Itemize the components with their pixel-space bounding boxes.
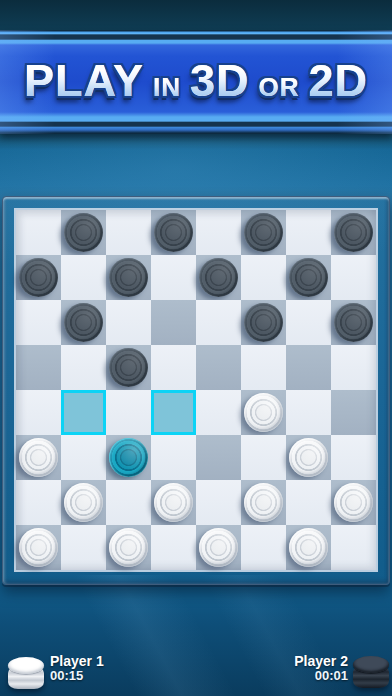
square-f3[interactable] [241, 435, 286, 480]
square-e4[interactable] [196, 390, 241, 435]
square-a7[interactable] [16, 255, 61, 300]
square-g2[interactable] [286, 480, 331, 525]
square-a5[interactable] [16, 345, 61, 390]
square-a4[interactable] [16, 390, 61, 435]
square-e1[interactable] [196, 525, 241, 570]
black-checker-icon [353, 656, 389, 688]
square-h6[interactable] [331, 300, 376, 345]
square-e8[interactable] [196, 210, 241, 255]
square-c5[interactable] [106, 345, 151, 390]
white-piece[interactable] [199, 528, 238, 567]
black-piece[interactable] [199, 258, 238, 297]
player2-name: Player 2 [294, 653, 348, 669]
black-piece[interactable] [64, 303, 103, 342]
square-h1[interactable] [331, 525, 376, 570]
square-c8[interactable] [106, 210, 151, 255]
black-piece[interactable] [244, 303, 283, 342]
white-piece[interactable] [19, 438, 58, 477]
square-b7[interactable] [61, 255, 106, 300]
square-c1[interactable] [106, 525, 151, 570]
square-h2[interactable] [331, 480, 376, 525]
white-piece[interactable] [334, 483, 373, 522]
black-piece[interactable] [109, 258, 148, 297]
square-f6[interactable] [241, 300, 286, 345]
black-piece[interactable] [244, 213, 283, 252]
square-c2[interactable] [106, 480, 151, 525]
square-a2[interactable] [16, 480, 61, 525]
square-a3[interactable] [16, 435, 61, 480]
white-checker-icon [8, 657, 44, 689]
black-piece[interactable] [334, 213, 373, 252]
app-screen: PLAY IN 3D OR 2D PLAY IN 3D OR 2D Player… [0, 0, 392, 696]
square-e7[interactable] [196, 255, 241, 300]
square-g8[interactable] [286, 210, 331, 255]
black-piece[interactable] [334, 303, 373, 342]
square-c4[interactable] [106, 390, 151, 435]
square-g7[interactable] [286, 255, 331, 300]
square-e5[interactable] [196, 345, 241, 390]
square-c3[interactable] [106, 435, 151, 480]
checkers-board [16, 210, 376, 570]
selected-white-piece[interactable] [109, 438, 148, 477]
square-h7[interactable] [331, 255, 376, 300]
square-f8[interactable] [241, 210, 286, 255]
highlighted-square-b4[interactable] [61, 390, 106, 435]
square-h3[interactable] [331, 435, 376, 480]
square-e6[interactable] [196, 300, 241, 345]
square-d2[interactable] [151, 480, 196, 525]
square-c6[interactable] [106, 300, 151, 345]
square-d7[interactable] [151, 255, 196, 300]
black-piece[interactable] [289, 258, 328, 297]
player1-clock: 00:15 [50, 669, 104, 684]
board-frame [2, 196, 390, 585]
promo-banner: PLAY IN 3D OR 2D PLAY IN 3D OR 2D [0, 30, 392, 134]
square-d1[interactable] [151, 525, 196, 570]
player2-clock: 00:01 [294, 669, 348, 684]
square-h8[interactable] [331, 210, 376, 255]
square-a6[interactable] [16, 300, 61, 345]
banner-text-gloss: PLAY IN 3D OR 2D [0, 30, 392, 134]
black-piece[interactable] [64, 213, 103, 252]
white-piece[interactable] [289, 528, 328, 567]
square-g6[interactable] [286, 300, 331, 345]
white-piece[interactable] [289, 438, 328, 477]
square-a8[interactable] [16, 210, 61, 255]
square-d8[interactable] [151, 210, 196, 255]
player1-name: Player 1 [50, 653, 104, 669]
square-h4[interactable] [331, 390, 376, 435]
square-b1[interactable] [61, 525, 106, 570]
square-e3[interactable] [196, 435, 241, 480]
square-c7[interactable] [106, 255, 151, 300]
square-d5[interactable] [151, 345, 196, 390]
square-d6[interactable] [151, 300, 196, 345]
white-piece[interactable] [19, 528, 58, 567]
square-f4[interactable] [241, 390, 286, 435]
square-b6[interactable] [61, 300, 106, 345]
player2-info: Player 2 00:01 [294, 653, 348, 684]
black-piece[interactable] [109, 348, 148, 387]
white-piece[interactable] [64, 483, 103, 522]
square-g4[interactable] [286, 390, 331, 435]
square-f5[interactable] [241, 345, 286, 390]
square-e2[interactable] [196, 480, 241, 525]
white-piece[interactable] [244, 483, 283, 522]
white-piece[interactable] [244, 393, 283, 432]
player1-info: Player 1 00:15 [50, 653, 104, 684]
square-b8[interactable] [61, 210, 106, 255]
square-b2[interactable] [61, 480, 106, 525]
white-piece[interactable] [154, 483, 193, 522]
square-d3[interactable] [151, 435, 196, 480]
white-piece[interactable] [109, 528, 148, 567]
highlighted-square-d4[interactable] [151, 390, 196, 435]
black-piece[interactable] [19, 258, 58, 297]
square-h5[interactable] [331, 345, 376, 390]
square-g5[interactable] [286, 345, 331, 390]
square-f7[interactable] [241, 255, 286, 300]
square-g1[interactable] [286, 525, 331, 570]
square-g3[interactable] [286, 435, 331, 480]
square-b5[interactable] [61, 345, 106, 390]
square-f1[interactable] [241, 525, 286, 570]
square-f2[interactable] [241, 480, 286, 525]
black-piece[interactable] [154, 213, 193, 252]
square-b3[interactable] [61, 435, 106, 480]
square-a1[interactable] [16, 525, 61, 570]
